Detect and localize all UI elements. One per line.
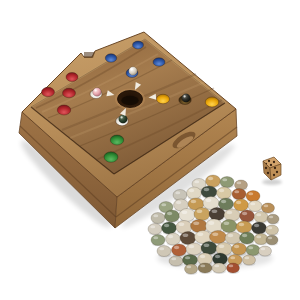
gemstone-highlight <box>153 214 158 217</box>
cup-red-3 <box>63 88 76 98</box>
gemstone-highlight <box>193 221 199 225</box>
gemstone-highlight <box>268 237 272 240</box>
gemstone <box>209 208 225 221</box>
cup-yellow-3 <box>205 97 219 107</box>
gemstone <box>201 242 217 255</box>
gemstone-highlight <box>219 189 224 192</box>
gemstone <box>166 233 181 245</box>
cup-red-4 <box>57 105 71 115</box>
gemstone-highlight <box>182 210 188 214</box>
marble-highlight <box>131 68 133 70</box>
gemstone <box>169 256 183 266</box>
wooden-game-box <box>19 32 237 228</box>
gemstone-highlight <box>215 255 220 258</box>
gemstone-highlight <box>187 266 192 269</box>
gemstone-highlight <box>197 209 203 213</box>
cup-green-2 <box>110 135 124 145</box>
cup-blue-2 <box>105 54 117 63</box>
gemstone-highlight <box>206 198 212 202</box>
gemstone-highlight <box>179 222 185 226</box>
gemstone <box>179 209 195 222</box>
gemstone-highlight <box>222 178 227 181</box>
hole-depth <box>121 96 139 105</box>
gemstone-highlight <box>269 216 273 219</box>
gemstone-highlight <box>250 202 255 205</box>
die-pip <box>276 171 278 173</box>
gemstone-highlight <box>224 221 230 225</box>
cup-yellow-1 <box>157 94 170 104</box>
gemstone-highlight <box>234 190 239 193</box>
gemstone <box>172 244 187 256</box>
gemstone-highlight <box>191 200 197 203</box>
gemstone <box>162 222 177 234</box>
gemstone-highlight <box>208 177 213 180</box>
gemstone <box>248 201 262 212</box>
cup-blue-1 <box>133 41 144 49</box>
gemstone-highlight <box>248 246 253 249</box>
gemstone-highlight <box>183 233 189 237</box>
gemstone-highlight <box>212 209 218 213</box>
gemstone-highlight <box>212 232 218 236</box>
die-pip <box>270 164 272 166</box>
gemstone-highlight <box>230 256 235 259</box>
cup-blue-3 <box>153 58 165 67</box>
gemstone <box>224 209 240 221</box>
gemstone-highlight <box>176 201 181 204</box>
marble-pink <box>93 88 102 97</box>
cup-red-2 <box>42 87 55 97</box>
wooden-die <box>262 157 282 185</box>
gemstone <box>246 191 260 202</box>
gemstone-highlight <box>254 224 259 227</box>
gemstone <box>240 210 255 222</box>
gemstone <box>148 224 162 235</box>
gemstone <box>225 232 241 244</box>
gemstone <box>221 220 237 233</box>
gemstone-highlight <box>159 247 164 250</box>
gemstone-highlight <box>175 191 180 194</box>
gemstone <box>243 255 256 265</box>
gemstone <box>212 263 226 273</box>
gemstone <box>266 225 279 235</box>
gemstone <box>198 263 212 273</box>
gemstone-highlight <box>221 200 226 203</box>
gemstone-highlight <box>248 192 253 195</box>
gemstone <box>266 235 278 245</box>
gemstone <box>232 189 246 200</box>
die-shadow <box>262 179 282 185</box>
gemstone <box>185 264 198 274</box>
die-pip <box>265 167 267 169</box>
cup-green-3 <box>104 152 118 163</box>
die-pip <box>273 161 275 163</box>
marble-highlight <box>121 116 123 118</box>
gemstone-highlight <box>264 205 269 208</box>
gemstone <box>234 199 249 211</box>
gemstone-highlight <box>236 201 241 204</box>
gemstone-highlight <box>153 236 158 239</box>
die-pip <box>267 172 269 174</box>
gemstone-highlight <box>239 223 245 226</box>
gemstone-highlight <box>256 213 261 216</box>
gemstone-highlight <box>174 246 179 249</box>
gemstone <box>206 175 221 187</box>
gemstone-highlight <box>171 258 176 261</box>
gemstone-highlight <box>242 234 247 237</box>
gemstone <box>210 231 227 244</box>
gemstone <box>267 214 279 224</box>
gemstone-highlight <box>197 232 203 236</box>
gemstone-highlight <box>161 203 166 206</box>
gemstone-highlight <box>208 221 214 225</box>
gemstone <box>227 263 240 273</box>
die-pip <box>274 167 276 169</box>
gemstone-highlight <box>189 189 194 192</box>
gemstone-highlight <box>214 265 219 268</box>
product-photo-scene <box>0 0 300 300</box>
marble-highlight <box>95 89 97 91</box>
gemstone <box>186 243 202 255</box>
gemstone-highlight <box>256 235 261 238</box>
gemstone-highlight <box>204 188 210 191</box>
gemstone-highlight <box>204 243 210 247</box>
gemstone <box>259 246 272 256</box>
gemstone-highlight <box>242 212 247 215</box>
gemstone <box>157 246 171 257</box>
gemstone <box>151 213 165 224</box>
gemstone-highlight <box>200 265 205 268</box>
game-scene-canvas <box>0 0 300 300</box>
gemstone <box>165 210 180 222</box>
cup-red-1 <box>66 73 78 82</box>
marble-white <box>129 67 138 76</box>
gemstone-highlight <box>228 234 234 237</box>
gemstone <box>236 221 252 233</box>
marble-darkgreen <box>119 115 128 124</box>
gemstone-highlight <box>268 227 273 230</box>
gemstone-highlight <box>261 248 266 251</box>
gemstone-highlight <box>229 265 234 268</box>
gemstone <box>254 212 268 223</box>
gemstone-highlight <box>200 255 205 258</box>
gemstone <box>201 186 217 198</box>
marble-highlight <box>184 95 186 97</box>
gemstone <box>187 187 202 199</box>
gemstone-highlight <box>167 212 172 215</box>
die-pip <box>268 160 270 162</box>
gemstone <box>194 208 210 221</box>
gemstone <box>232 243 247 255</box>
gemstone <box>217 187 232 199</box>
marble-black <box>182 94 191 103</box>
center-hole-layer <box>115 89 145 110</box>
gemstone <box>151 235 165 246</box>
gemstone <box>246 245 260 256</box>
gemstone-highlight <box>194 180 199 183</box>
gemstone <box>220 177 234 188</box>
gemstone-highlight <box>245 257 250 260</box>
gemstone <box>262 203 275 213</box>
gemstone <box>240 232 255 244</box>
gemstone <box>180 232 196 245</box>
gemstone-highlight <box>185 256 190 259</box>
gemstone-highlight <box>227 211 233 214</box>
gemstone-highlight <box>234 245 239 248</box>
die-pip <box>273 174 275 176</box>
gemstone-highlight <box>237 182 242 185</box>
gemstone-highlight <box>150 225 155 228</box>
gemstone-highlight <box>189 245 195 248</box>
gemstone-highlight <box>164 224 169 227</box>
gemstone-highlight <box>168 235 173 238</box>
gemstone <box>252 222 267 234</box>
gemstone-highlight <box>219 244 225 248</box>
